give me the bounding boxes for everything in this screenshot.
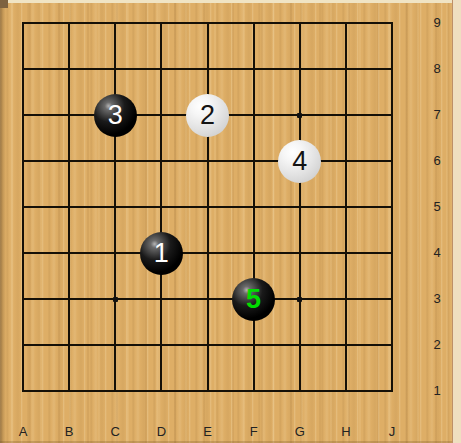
stone-move-number: 5 xyxy=(246,286,261,313)
grid-line-horizontal xyxy=(22,344,393,346)
column-label: H xyxy=(336,424,356,440)
column-label: E xyxy=(198,424,218,440)
column-label: G xyxy=(290,424,310,440)
stone-move-number: 1 xyxy=(154,240,169,267)
board-edge-shadow-left xyxy=(0,0,6,443)
row-label: 9 xyxy=(427,15,447,31)
stone-white-g6-move-4[interactable]: 4 xyxy=(278,140,321,183)
row-label: 5 xyxy=(427,199,447,215)
board-corner-notch xyxy=(0,0,8,8)
stone-black-f3-move-5[interactable]: 5 xyxy=(232,278,275,321)
stone-white-e7-move-2[interactable]: 2 xyxy=(186,94,229,137)
row-label: 6 xyxy=(427,153,447,169)
grid-line-horizontal xyxy=(22,252,393,254)
column-label: C xyxy=(105,424,125,440)
grid-line-horizontal xyxy=(22,160,393,162)
board-edge-highlight-top xyxy=(0,0,461,3)
stone-move-number: 4 xyxy=(292,148,307,175)
row-label: 2 xyxy=(427,337,447,353)
column-label: F xyxy=(244,424,264,440)
column-label: A xyxy=(13,424,33,440)
go-board[interactable]: ABCDEFGHJ98765432112345 xyxy=(0,0,461,443)
row-label: 3 xyxy=(427,291,447,307)
grid-line-horizontal xyxy=(22,390,393,392)
column-label: D xyxy=(151,424,171,440)
row-label: 7 xyxy=(427,107,447,123)
grid-line-horizontal xyxy=(22,206,393,208)
stone-move-number: 2 xyxy=(200,102,215,129)
stone-black-c7-move-3[interactable]: 3 xyxy=(94,94,137,137)
star-point xyxy=(297,113,302,118)
grid-line-horizontal xyxy=(22,22,393,24)
stone-black-d4-move-1[interactable]: 1 xyxy=(140,232,183,275)
column-label: B xyxy=(59,424,79,440)
grid-line-horizontal xyxy=(22,68,393,70)
row-label: 1 xyxy=(427,383,447,399)
stone-move-number: 3 xyxy=(108,102,123,129)
column-label: J xyxy=(382,424,402,440)
star-point xyxy=(113,297,118,302)
row-label: 8 xyxy=(427,61,447,77)
board-edge-highlight-right xyxy=(452,0,461,443)
grid-line-horizontal xyxy=(22,298,393,300)
star-point xyxy=(297,297,302,302)
row-label: 4 xyxy=(427,245,447,261)
